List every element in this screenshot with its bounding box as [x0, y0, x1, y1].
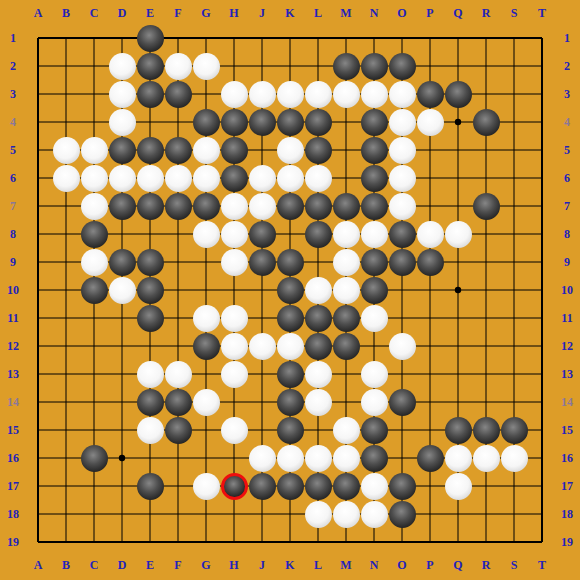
- intersection-F12[interactable]: [164, 332, 192, 360]
- intersection-C2[interactable]: [80, 52, 108, 80]
- intersection-C16[interactable]: [80, 444, 108, 472]
- intersection-O14[interactable]: [388, 388, 416, 416]
- intersection-F18[interactable]: [164, 500, 192, 528]
- intersection-E7[interactable]: [136, 192, 164, 220]
- intersection-Q17[interactable]: [444, 472, 472, 500]
- intersection-M6[interactable]: [332, 164, 360, 192]
- intersection-G17[interactable]: [192, 472, 220, 500]
- intersection-T15[interactable]: [528, 416, 556, 444]
- intersection-T19[interactable]: [528, 528, 556, 556]
- intersection-N9[interactable]: [360, 248, 388, 276]
- intersection-E17[interactable]: [136, 472, 164, 500]
- intersection-N3[interactable]: [360, 80, 388, 108]
- intersection-R16[interactable]: [472, 444, 500, 472]
- intersection-B6[interactable]: [52, 164, 80, 192]
- intersection-P16[interactable]: [416, 444, 444, 472]
- intersection-G11[interactable]: [192, 304, 220, 332]
- intersection-F8[interactable]: [164, 220, 192, 248]
- intersection-F17[interactable]: [164, 472, 192, 500]
- intersection-Q6[interactable]: [444, 164, 472, 192]
- intersection-Q13[interactable]: [444, 360, 472, 388]
- intersection-H10[interactable]: [220, 276, 248, 304]
- intersection-H15[interactable]: [220, 416, 248, 444]
- intersection-J5[interactable]: [248, 136, 276, 164]
- intersection-O18[interactable]: [388, 500, 416, 528]
- intersection-F16[interactable]: [164, 444, 192, 472]
- intersection-C13[interactable]: [80, 360, 108, 388]
- intersection-B4[interactable]: [52, 108, 80, 136]
- intersection-K15[interactable]: [276, 416, 304, 444]
- intersection-O10[interactable]: [388, 276, 416, 304]
- intersection-H12[interactable]: [220, 332, 248, 360]
- intersection-C8[interactable]: [80, 220, 108, 248]
- intersection-T18[interactable]: [528, 500, 556, 528]
- intersection-N2[interactable]: [360, 52, 388, 80]
- intersection-M14[interactable]: [332, 388, 360, 416]
- intersection-S16[interactable]: [500, 444, 528, 472]
- intersection-H17[interactable]: [220, 472, 248, 500]
- intersection-J1[interactable]: [248, 24, 276, 52]
- intersection-Q19[interactable]: [444, 528, 472, 556]
- intersection-G2[interactable]: [192, 52, 220, 80]
- intersection-H9[interactable]: [220, 248, 248, 276]
- intersection-T16[interactable]: [528, 444, 556, 472]
- intersection-L19[interactable]: [304, 528, 332, 556]
- intersection-R11[interactable]: [472, 304, 500, 332]
- intersection-H11[interactable]: [220, 304, 248, 332]
- intersection-K2[interactable]: [276, 52, 304, 80]
- intersection-F13[interactable]: [164, 360, 192, 388]
- intersection-E3[interactable]: [136, 80, 164, 108]
- intersection-A4[interactable]: [24, 108, 52, 136]
- intersection-E6[interactable]: [136, 164, 164, 192]
- intersection-F7[interactable]: [164, 192, 192, 220]
- intersection-E11[interactable]: [136, 304, 164, 332]
- intersection-P9[interactable]: [416, 248, 444, 276]
- intersection-G18[interactable]: [192, 500, 220, 528]
- intersection-L5[interactable]: [304, 136, 332, 164]
- intersection-S2[interactable]: [500, 52, 528, 80]
- intersection-R2[interactable]: [472, 52, 500, 80]
- intersection-E8[interactable]: [136, 220, 164, 248]
- intersection-P11[interactable]: [416, 304, 444, 332]
- intersection-M9[interactable]: [332, 248, 360, 276]
- intersection-D13[interactable]: [108, 360, 136, 388]
- intersection-B1[interactable]: [52, 24, 80, 52]
- intersection-S6[interactable]: [500, 164, 528, 192]
- intersection-Q18[interactable]: [444, 500, 472, 528]
- intersection-A14[interactable]: [24, 388, 52, 416]
- intersection-A11[interactable]: [24, 304, 52, 332]
- intersection-P5[interactable]: [416, 136, 444, 164]
- intersection-A15[interactable]: [24, 416, 52, 444]
- intersection-P8[interactable]: [416, 220, 444, 248]
- intersection-K6[interactable]: [276, 164, 304, 192]
- intersection-S3[interactable]: [500, 80, 528, 108]
- intersection-K1[interactable]: [276, 24, 304, 52]
- intersection-A12[interactable]: [24, 332, 52, 360]
- intersection-K8[interactable]: [276, 220, 304, 248]
- intersection-Q1[interactable]: [444, 24, 472, 52]
- intersection-N19[interactable]: [360, 528, 388, 556]
- intersection-E15[interactable]: [136, 416, 164, 444]
- intersection-J19[interactable]: [248, 528, 276, 556]
- intersection-S19[interactable]: [500, 528, 528, 556]
- intersection-A6[interactable]: [24, 164, 52, 192]
- intersection-M4[interactable]: [332, 108, 360, 136]
- intersection-D3[interactable]: [108, 80, 136, 108]
- intersection-T17[interactable]: [528, 472, 556, 500]
- intersection-D14[interactable]: [108, 388, 136, 416]
- intersection-C4[interactable]: [80, 108, 108, 136]
- intersection-H8[interactable]: [220, 220, 248, 248]
- intersection-Q15[interactable]: [444, 416, 472, 444]
- intersection-K14[interactable]: [276, 388, 304, 416]
- intersection-T4[interactable]: [528, 108, 556, 136]
- intersection-C11[interactable]: [80, 304, 108, 332]
- intersection-S12[interactable]: [500, 332, 528, 360]
- intersection-D8[interactable]: [108, 220, 136, 248]
- intersection-O3[interactable]: [388, 80, 416, 108]
- intersection-D10[interactable]: [108, 276, 136, 304]
- intersection-A2[interactable]: [24, 52, 52, 80]
- intersection-H18[interactable]: [220, 500, 248, 528]
- intersection-L11[interactable]: [304, 304, 332, 332]
- intersection-B2[interactable]: [52, 52, 80, 80]
- intersection-F6[interactable]: [164, 164, 192, 192]
- intersection-P12[interactable]: [416, 332, 444, 360]
- intersection-K10[interactable]: [276, 276, 304, 304]
- intersection-C1[interactable]: [80, 24, 108, 52]
- intersection-D1[interactable]: [108, 24, 136, 52]
- intersection-E12[interactable]: [136, 332, 164, 360]
- intersection-G14[interactable]: [192, 388, 220, 416]
- intersection-P17[interactable]: [416, 472, 444, 500]
- intersection-G12[interactable]: [192, 332, 220, 360]
- intersection-P18[interactable]: [416, 500, 444, 528]
- intersection-M13[interactable]: [332, 360, 360, 388]
- intersection-B8[interactable]: [52, 220, 80, 248]
- intersection-B9[interactable]: [52, 248, 80, 276]
- intersection-M7[interactable]: [332, 192, 360, 220]
- intersection-H6[interactable]: [220, 164, 248, 192]
- intersection-R14[interactable]: [472, 388, 500, 416]
- intersection-O11[interactable]: [388, 304, 416, 332]
- intersection-Q14[interactable]: [444, 388, 472, 416]
- intersection-H13[interactable]: [220, 360, 248, 388]
- intersection-N15[interactable]: [360, 416, 388, 444]
- intersection-A17[interactable]: [24, 472, 52, 500]
- intersection-G3[interactable]: [192, 80, 220, 108]
- intersection-R6[interactable]: [472, 164, 500, 192]
- intersection-J16[interactable]: [248, 444, 276, 472]
- intersection-B19[interactable]: [52, 528, 80, 556]
- intersection-K5[interactable]: [276, 136, 304, 164]
- intersection-M2[interactable]: [332, 52, 360, 80]
- intersection-O4[interactable]: [388, 108, 416, 136]
- intersection-J4[interactable]: [248, 108, 276, 136]
- intersection-S7[interactable]: [500, 192, 528, 220]
- intersection-R10[interactable]: [472, 276, 500, 304]
- intersection-K12[interactable]: [276, 332, 304, 360]
- intersection-F2[interactable]: [164, 52, 192, 80]
- intersection-L10[interactable]: [304, 276, 332, 304]
- intersection-Q4[interactable]: [444, 108, 472, 136]
- intersection-C15[interactable]: [80, 416, 108, 444]
- intersection-L18[interactable]: [304, 500, 332, 528]
- intersection-M17[interactable]: [332, 472, 360, 500]
- intersection-F19[interactable]: [164, 528, 192, 556]
- intersection-H7[interactable]: [220, 192, 248, 220]
- intersection-F4[interactable]: [164, 108, 192, 136]
- intersection-P6[interactable]: [416, 164, 444, 192]
- intersection-R9[interactable]: [472, 248, 500, 276]
- intersection-D5[interactable]: [108, 136, 136, 164]
- intersection-J18[interactable]: [248, 500, 276, 528]
- intersection-B5[interactable]: [52, 136, 80, 164]
- intersection-M5[interactable]: [332, 136, 360, 164]
- intersection-N7[interactable]: [360, 192, 388, 220]
- intersection-E2[interactable]: [136, 52, 164, 80]
- intersection-N5[interactable]: [360, 136, 388, 164]
- intersection-O8[interactable]: [388, 220, 416, 248]
- intersection-F3[interactable]: [164, 80, 192, 108]
- intersection-J8[interactable]: [248, 220, 276, 248]
- intersection-N17[interactable]: [360, 472, 388, 500]
- intersection-Q5[interactable]: [444, 136, 472, 164]
- intersection-E14[interactable]: [136, 388, 164, 416]
- intersection-B18[interactable]: [52, 500, 80, 528]
- intersection-L15[interactable]: [304, 416, 332, 444]
- intersection-S14[interactable]: [500, 388, 528, 416]
- intersection-R17[interactable]: [472, 472, 500, 500]
- intersection-J13[interactable]: [248, 360, 276, 388]
- intersection-G6[interactable]: [192, 164, 220, 192]
- intersection-N6[interactable]: [360, 164, 388, 192]
- intersection-S10[interactable]: [500, 276, 528, 304]
- intersection-K17[interactable]: [276, 472, 304, 500]
- intersection-J10[interactable]: [248, 276, 276, 304]
- intersection-N16[interactable]: [360, 444, 388, 472]
- intersection-H4[interactable]: [220, 108, 248, 136]
- intersection-T6[interactable]: [528, 164, 556, 192]
- intersection-G5[interactable]: [192, 136, 220, 164]
- intersection-Q8[interactable]: [444, 220, 472, 248]
- intersection-R8[interactable]: [472, 220, 500, 248]
- intersection-S8[interactable]: [500, 220, 528, 248]
- intersection-S1[interactable]: [500, 24, 528, 52]
- intersection-E1[interactable]: [136, 24, 164, 52]
- intersection-F11[interactable]: [164, 304, 192, 332]
- intersection-E9[interactable]: [136, 248, 164, 276]
- intersection-Q2[interactable]: [444, 52, 472, 80]
- intersection-E18[interactable]: [136, 500, 164, 528]
- intersection-C10[interactable]: [80, 276, 108, 304]
- intersection-H1[interactable]: [220, 24, 248, 52]
- intersection-F9[interactable]: [164, 248, 192, 276]
- intersection-A13[interactable]: [24, 360, 52, 388]
- intersection-J6[interactable]: [248, 164, 276, 192]
- intersection-R13[interactable]: [472, 360, 500, 388]
- intersection-B12[interactable]: [52, 332, 80, 360]
- intersection-L14[interactable]: [304, 388, 332, 416]
- intersection-L12[interactable]: [304, 332, 332, 360]
- intersection-K7[interactable]: [276, 192, 304, 220]
- intersection-L16[interactable]: [304, 444, 332, 472]
- intersection-S5[interactable]: [500, 136, 528, 164]
- intersection-T2[interactable]: [528, 52, 556, 80]
- intersection-T12[interactable]: [528, 332, 556, 360]
- intersection-D4[interactable]: [108, 108, 136, 136]
- intersection-D2[interactable]: [108, 52, 136, 80]
- intersection-A5[interactable]: [24, 136, 52, 164]
- intersection-B7[interactable]: [52, 192, 80, 220]
- intersection-T11[interactable]: [528, 304, 556, 332]
- intersection-N13[interactable]: [360, 360, 388, 388]
- intersection-C19[interactable]: [80, 528, 108, 556]
- intersection-J14[interactable]: [248, 388, 276, 416]
- intersection-O5[interactable]: [388, 136, 416, 164]
- intersection-P2[interactable]: [416, 52, 444, 80]
- intersection-Q16[interactable]: [444, 444, 472, 472]
- intersection-J11[interactable]: [248, 304, 276, 332]
- intersection-M16[interactable]: [332, 444, 360, 472]
- intersection-J15[interactable]: [248, 416, 276, 444]
- intersection-O2[interactable]: [388, 52, 416, 80]
- intersection-H19[interactable]: [220, 528, 248, 556]
- intersection-G16[interactable]: [192, 444, 220, 472]
- intersection-J9[interactable]: [248, 248, 276, 276]
- intersection-F1[interactable]: [164, 24, 192, 52]
- intersection-L8[interactable]: [304, 220, 332, 248]
- intersection-M8[interactable]: [332, 220, 360, 248]
- intersection-B10[interactable]: [52, 276, 80, 304]
- intersection-K13[interactable]: [276, 360, 304, 388]
- intersection-C6[interactable]: [80, 164, 108, 192]
- intersection-N18[interactable]: [360, 500, 388, 528]
- intersection-A8[interactable]: [24, 220, 52, 248]
- intersection-F15[interactable]: [164, 416, 192, 444]
- intersection-N8[interactable]: [360, 220, 388, 248]
- intersection-C18[interactable]: [80, 500, 108, 528]
- intersection-L6[interactable]: [304, 164, 332, 192]
- intersection-K9[interactable]: [276, 248, 304, 276]
- intersection-P10[interactable]: [416, 276, 444, 304]
- intersection-O16[interactable]: [388, 444, 416, 472]
- intersection-L7[interactable]: [304, 192, 332, 220]
- intersection-M19[interactable]: [332, 528, 360, 556]
- intersection-A19[interactable]: [24, 528, 52, 556]
- intersection-O1[interactable]: [388, 24, 416, 52]
- intersection-S11[interactable]: [500, 304, 528, 332]
- intersection-T7[interactable]: [528, 192, 556, 220]
- intersection-P13[interactable]: [416, 360, 444, 388]
- intersection-B11[interactable]: [52, 304, 80, 332]
- intersection-N1[interactable]: [360, 24, 388, 52]
- intersection-B13[interactable]: [52, 360, 80, 388]
- intersection-G19[interactable]: [192, 528, 220, 556]
- intersection-J3[interactable]: [248, 80, 276, 108]
- intersection-P4[interactable]: [416, 108, 444, 136]
- intersection-J12[interactable]: [248, 332, 276, 360]
- intersection-F5[interactable]: [164, 136, 192, 164]
- intersection-O7[interactable]: [388, 192, 416, 220]
- intersection-E10[interactable]: [136, 276, 164, 304]
- intersection-R7[interactable]: [472, 192, 500, 220]
- intersection-B16[interactable]: [52, 444, 80, 472]
- intersection-T10[interactable]: [528, 276, 556, 304]
- intersection-H14[interactable]: [220, 388, 248, 416]
- intersection-Q10[interactable]: [444, 276, 472, 304]
- intersection-G9[interactable]: [192, 248, 220, 276]
- intersection-D12[interactable]: [108, 332, 136, 360]
- intersection-N4[interactable]: [360, 108, 388, 136]
- intersection-Q7[interactable]: [444, 192, 472, 220]
- intersection-H3[interactable]: [220, 80, 248, 108]
- intersection-R5[interactable]: [472, 136, 500, 164]
- intersection-L9[interactable]: [304, 248, 332, 276]
- intersection-N11[interactable]: [360, 304, 388, 332]
- intersection-C5[interactable]: [80, 136, 108, 164]
- intersection-G15[interactable]: [192, 416, 220, 444]
- intersection-C17[interactable]: [80, 472, 108, 500]
- intersection-T13[interactable]: [528, 360, 556, 388]
- intersection-H16[interactable]: [220, 444, 248, 472]
- intersection-A9[interactable]: [24, 248, 52, 276]
- intersection-D16[interactable]: [108, 444, 136, 472]
- intersection-E19[interactable]: [136, 528, 164, 556]
- intersection-O15[interactable]: [388, 416, 416, 444]
- intersection-O12[interactable]: [388, 332, 416, 360]
- intersection-Q9[interactable]: [444, 248, 472, 276]
- intersection-N14[interactable]: [360, 388, 388, 416]
- intersection-L1[interactable]: [304, 24, 332, 52]
- intersection-M3[interactable]: [332, 80, 360, 108]
- intersection-O6[interactable]: [388, 164, 416, 192]
- intersection-L4[interactable]: [304, 108, 332, 136]
- intersection-O17[interactable]: [388, 472, 416, 500]
- intersection-R4[interactable]: [472, 108, 500, 136]
- intersection-J7[interactable]: [248, 192, 276, 220]
- intersection-A16[interactable]: [24, 444, 52, 472]
- intersection-P7[interactable]: [416, 192, 444, 220]
- intersection-S4[interactable]: [500, 108, 528, 136]
- intersection-B15[interactable]: [52, 416, 80, 444]
- intersection-E4[interactable]: [136, 108, 164, 136]
- intersection-C14[interactable]: [80, 388, 108, 416]
- intersection-K19[interactable]: [276, 528, 304, 556]
- intersection-S13[interactable]: [500, 360, 528, 388]
- intersection-M12[interactable]: [332, 332, 360, 360]
- intersection-A18[interactable]: [24, 500, 52, 528]
- intersection-J2[interactable]: [248, 52, 276, 80]
- intersection-S17[interactable]: [500, 472, 528, 500]
- intersection-D11[interactable]: [108, 304, 136, 332]
- intersection-M11[interactable]: [332, 304, 360, 332]
- intersection-A1[interactable]: [24, 24, 52, 52]
- intersection-Q3[interactable]: [444, 80, 472, 108]
- intersection-L3[interactable]: [304, 80, 332, 108]
- intersection-P14[interactable]: [416, 388, 444, 416]
- intersection-S9[interactable]: [500, 248, 528, 276]
- intersection-D17[interactable]: [108, 472, 136, 500]
- intersection-P1[interactable]: [416, 24, 444, 52]
- intersection-D18[interactable]: [108, 500, 136, 528]
- intersection-T14[interactable]: [528, 388, 556, 416]
- intersection-C9[interactable]: [80, 248, 108, 276]
- intersection-R1[interactable]: [472, 24, 500, 52]
- intersection-O19[interactable]: [388, 528, 416, 556]
